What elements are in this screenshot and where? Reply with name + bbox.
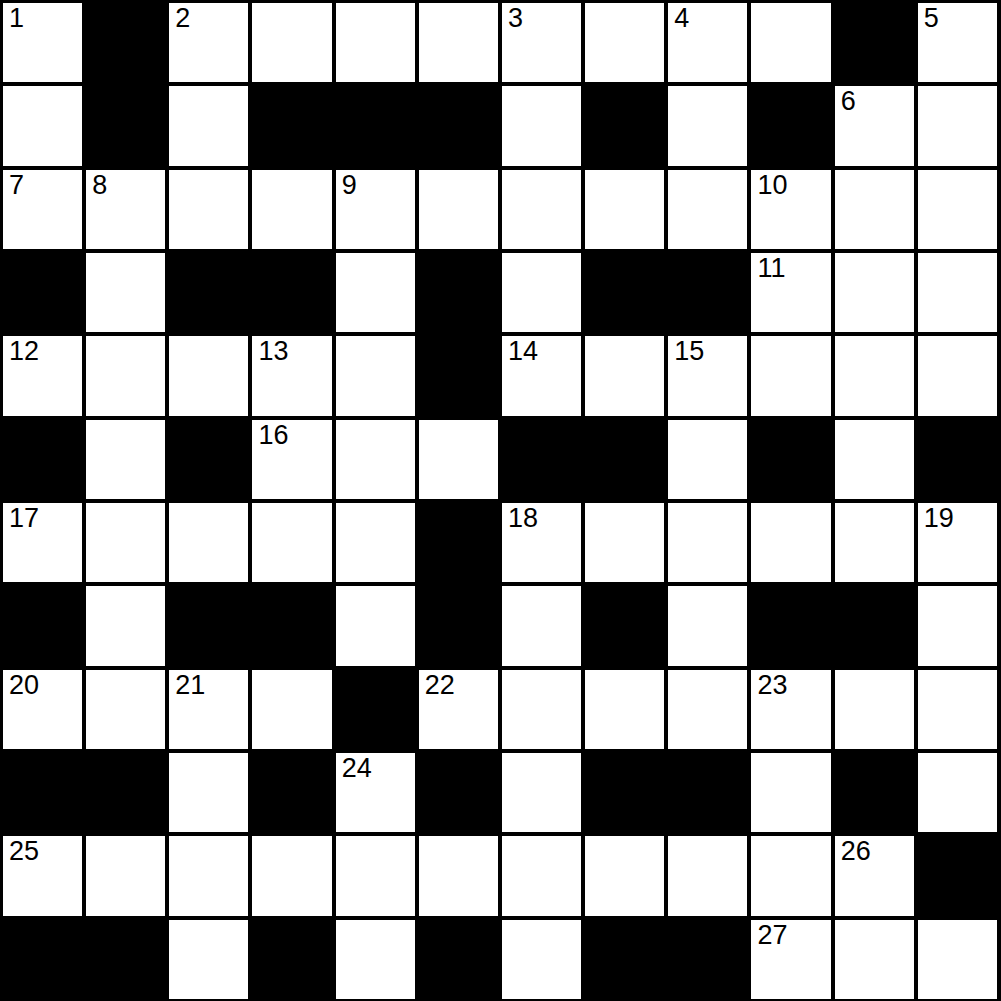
- white-cell[interactable]: [668, 836, 747, 915]
- white-cell[interactable]: 21: [169, 670, 248, 749]
- white-cell[interactable]: 16: [252, 420, 331, 499]
- white-cell[interactable]: 19: [918, 503, 997, 582]
- white-cell[interactable]: 2: [169, 3, 248, 82]
- white-cell[interactable]: [252, 670, 331, 749]
- white-cell[interactable]: [502, 170, 581, 249]
- white-cell[interactable]: [419, 3, 498, 82]
- white-cell[interactable]: [336, 253, 415, 332]
- clue-number: 21: [175, 671, 205, 701]
- white-cell[interactable]: [918, 336, 997, 415]
- white-cell[interactable]: [169, 503, 248, 582]
- white-cell[interactable]: 3: [502, 3, 581, 82]
- white-cell[interactable]: [419, 420, 498, 499]
- clue-number: 8: [92, 171, 107, 201]
- white-cell[interactable]: 12: [3, 336, 82, 415]
- clue-number: 17: [9, 504, 39, 534]
- white-cell[interactable]: [86, 253, 165, 332]
- white-cell[interactable]: [169, 336, 248, 415]
- white-cell[interactable]: [86, 420, 165, 499]
- black-cell: [86, 920, 165, 999]
- clue-number: 7: [9, 171, 24, 201]
- white-cell[interactable]: [918, 753, 997, 832]
- white-cell[interactable]: [169, 920, 248, 999]
- white-cell[interactable]: 27: [751, 920, 830, 999]
- black-cell: [169, 420, 248, 499]
- black-cell: [419, 253, 498, 332]
- white-cell[interactable]: [835, 670, 914, 749]
- clue-number: 27: [757, 921, 787, 951]
- white-cell[interactable]: 11: [751, 253, 830, 332]
- white-cell[interactable]: [668, 670, 747, 749]
- clue-number: 10: [757, 171, 787, 201]
- black-cell: [419, 86, 498, 165]
- white-cell[interactable]: [86, 586, 165, 665]
- white-cell[interactable]: [585, 336, 664, 415]
- white-cell[interactable]: [336, 836, 415, 915]
- white-cell[interactable]: 26: [835, 836, 914, 915]
- white-cell[interactable]: [751, 836, 830, 915]
- white-cell[interactable]: [169, 836, 248, 915]
- white-cell[interactable]: [169, 86, 248, 165]
- black-cell: [252, 920, 331, 999]
- white-cell[interactable]: [668, 170, 747, 249]
- black-cell: [419, 920, 498, 999]
- clue-number: 6: [841, 87, 856, 117]
- black-cell: [585, 753, 664, 832]
- white-cell[interactable]: [502, 753, 581, 832]
- clue-number: 26: [841, 837, 871, 867]
- white-cell[interactable]: [502, 86, 581, 165]
- crossword-grid: 1234567891011121314151617181920212223242…: [0, 0, 1001, 1001]
- black-cell: [86, 753, 165, 832]
- black-cell: [3, 753, 82, 832]
- white-cell[interactable]: [668, 86, 747, 165]
- clue-number: 12: [9, 337, 39, 367]
- white-cell[interactable]: 8: [86, 170, 165, 249]
- white-cell[interactable]: [86, 336, 165, 415]
- white-cell[interactable]: [918, 86, 997, 165]
- white-cell[interactable]: 14: [502, 336, 581, 415]
- white-cell[interactable]: 10: [751, 170, 830, 249]
- black-cell: [585, 586, 664, 665]
- black-cell: [668, 920, 747, 999]
- black-cell: [751, 586, 830, 665]
- black-cell: [419, 336, 498, 415]
- white-cell[interactable]: 1: [3, 3, 82, 82]
- white-cell[interactable]: [668, 503, 747, 582]
- white-cell[interactable]: [252, 836, 331, 915]
- black-cell: [252, 586, 331, 665]
- white-cell[interactable]: 20: [3, 670, 82, 749]
- clue-number: 13: [258, 337, 288, 367]
- white-cell[interactable]: 23: [751, 670, 830, 749]
- black-cell: [751, 420, 830, 499]
- white-cell[interactable]: [585, 670, 664, 749]
- clue-number: 11: [757, 254, 785, 284]
- white-cell[interactable]: [668, 420, 747, 499]
- clue-number: 1: [9, 4, 24, 34]
- black-cell: [835, 3, 914, 82]
- clue-number: 16: [258, 421, 288, 451]
- white-cell[interactable]: [835, 253, 914, 332]
- black-cell: [918, 836, 997, 915]
- clue-number: 20: [9, 671, 39, 701]
- black-cell: [252, 253, 331, 332]
- white-cell[interactable]: 5: [918, 3, 997, 82]
- white-cell[interactable]: [835, 920, 914, 999]
- black-cell: [668, 753, 747, 832]
- white-cell[interactable]: 17: [3, 503, 82, 582]
- white-cell[interactable]: [585, 3, 664, 82]
- black-cell: [169, 253, 248, 332]
- black-cell: [502, 420, 581, 499]
- white-cell[interactable]: [336, 503, 415, 582]
- white-cell[interactable]: [86, 503, 165, 582]
- white-cell[interactable]: [336, 586, 415, 665]
- white-cell[interactable]: 7: [3, 170, 82, 249]
- black-cell: [336, 86, 415, 165]
- clue-number: 3: [508, 4, 523, 34]
- white-cell[interactable]: [751, 753, 830, 832]
- white-cell[interactable]: [502, 670, 581, 749]
- white-cell[interactable]: [751, 503, 830, 582]
- black-cell: [918, 420, 997, 499]
- white-cell[interactable]: [502, 586, 581, 665]
- white-cell[interactable]: [751, 3, 830, 82]
- black-cell: [835, 586, 914, 665]
- black-cell: [3, 420, 82, 499]
- clue-number: 24: [342, 754, 372, 784]
- clue-number: 25: [9, 837, 39, 867]
- clue-number: 22: [425, 671, 455, 701]
- white-cell[interactable]: [419, 836, 498, 915]
- white-cell[interactable]: [835, 503, 914, 582]
- clue-number: 9: [342, 171, 357, 201]
- clue-number: 2: [175, 4, 190, 34]
- black-cell: [419, 753, 498, 832]
- black-cell: [419, 586, 498, 665]
- white-cell[interactable]: [502, 920, 581, 999]
- white-cell[interactable]: 22: [419, 670, 498, 749]
- white-cell[interactable]: [252, 3, 331, 82]
- white-cell[interactable]: 4: [668, 3, 747, 82]
- white-cell[interactable]: [835, 336, 914, 415]
- black-cell: [835, 753, 914, 832]
- white-cell[interactable]: [252, 503, 331, 582]
- white-cell[interactable]: [918, 670, 997, 749]
- white-cell[interactable]: 18: [502, 503, 581, 582]
- white-cell[interactable]: [751, 336, 830, 415]
- black-cell: [585, 420, 664, 499]
- clue-number: 15: [674, 337, 704, 367]
- white-cell[interactable]: [918, 586, 997, 665]
- white-cell[interactable]: [86, 670, 165, 749]
- white-cell[interactable]: [336, 336, 415, 415]
- white-cell[interactable]: [585, 503, 664, 582]
- white-cell[interactable]: [169, 753, 248, 832]
- white-cell[interactable]: [502, 253, 581, 332]
- white-cell[interactable]: 25: [3, 836, 82, 915]
- black-cell: [668, 253, 747, 332]
- clue-number: 4: [674, 4, 689, 34]
- clue-number: 18: [508, 504, 538, 534]
- white-cell[interactable]: 24: [336, 753, 415, 832]
- black-cell: [252, 86, 331, 165]
- white-cell[interactable]: [169, 170, 248, 249]
- white-cell[interactable]: [252, 170, 331, 249]
- clue-number: 5: [924, 4, 939, 34]
- black-cell: [585, 253, 664, 332]
- white-cell[interactable]: [668, 586, 747, 665]
- white-cell[interactable]: 15: [668, 336, 747, 415]
- black-cell: [751, 86, 830, 165]
- white-cell[interactable]: [86, 836, 165, 915]
- white-cell[interactable]: [835, 420, 914, 499]
- white-cell[interactable]: [585, 836, 664, 915]
- clue-number: 19: [924, 504, 954, 534]
- black-cell: [585, 86, 664, 165]
- white-cell[interactable]: [918, 920, 997, 999]
- black-cell: [252, 753, 331, 832]
- black-cell: [336, 670, 415, 749]
- black-cell: [419, 503, 498, 582]
- white-cell[interactable]: [835, 170, 914, 249]
- black-cell: [86, 3, 165, 82]
- white-cell[interactable]: 13: [252, 336, 331, 415]
- white-cell[interactable]: [336, 420, 415, 499]
- white-cell[interactable]: [3, 86, 82, 165]
- white-cell[interactable]: 6: [835, 86, 914, 165]
- white-cell[interactable]: [918, 170, 997, 249]
- black-cell: [3, 253, 82, 332]
- white-cell[interactable]: [585, 170, 664, 249]
- black-cell: [169, 586, 248, 665]
- black-cell: [585, 920, 664, 999]
- clue-number: 14: [508, 337, 538, 367]
- black-cell: [3, 586, 82, 665]
- white-cell[interactable]: [419, 170, 498, 249]
- white-cell[interactable]: 9: [336, 170, 415, 249]
- black-cell: [3, 920, 82, 999]
- black-cell: [86, 86, 165, 165]
- clue-number: 23: [757, 671, 787, 701]
- white-cell[interactable]: [336, 920, 415, 999]
- white-cell[interactable]: [336, 3, 415, 82]
- white-cell[interactable]: [502, 836, 581, 915]
- white-cell[interactable]: [918, 253, 997, 332]
